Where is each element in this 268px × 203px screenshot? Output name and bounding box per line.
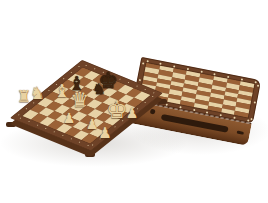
brass-pin: [33, 102, 35, 103]
box-handle-slot: [161, 114, 229, 133]
brass-pin: [78, 66, 80, 67]
brass-pin: [153, 92, 155, 93]
brass-pin: [152, 96, 154, 97]
brass-pin: [144, 89, 146, 90]
brass-pin: [53, 131, 55, 132]
brass-pin: [36, 125, 38, 126]
brass-pin: [114, 126, 116, 127]
brass-pin: [107, 132, 109, 133]
brass-pin: [129, 114, 131, 115]
brass-pin: [146, 59, 148, 61]
brass-pin: [79, 142, 81, 143]
brass-pin: [137, 108, 139, 109]
brass-pin: [206, 111, 208, 113]
brass-pin: [187, 67, 189, 69]
brass-pin: [99, 138, 101, 139]
brass-pin: [28, 121, 30, 122]
brass-pin: [136, 85, 138, 86]
brass-pin: [111, 75, 113, 76]
brass-pin: [247, 119, 249, 121]
brass-pin: [119, 79, 121, 80]
brass-pin: [254, 80, 256, 82]
brass-pin: [87, 145, 89, 146]
box-hinge-notch: [237, 131, 244, 135]
brass-pin: [241, 78, 243, 80]
brass-pin: [102, 72, 104, 73]
box-latch-hole: [150, 109, 156, 115]
brass-pin: [70, 138, 72, 139]
brass-pin: [40, 96, 42, 97]
brass-pin: [85, 65, 87, 66]
chess-set-photo: ♜♞♝♛♚♟♟♟♟♝♞♚: [0, 0, 268, 203]
brass-pin: [71, 72, 73, 73]
brass-pin: [45, 128, 47, 129]
brass-pin: [122, 120, 124, 121]
brass-pin: [256, 84, 258, 86]
brass-pin: [253, 101, 255, 103]
brass-pin: [20, 118, 22, 119]
brass-pin: [173, 65, 175, 67]
brass-pin: [25, 108, 27, 109]
brass-pin: [62, 135, 64, 136]
brass-pin: [144, 102, 146, 103]
brass-pin: [128, 82, 130, 83]
brass-pin: [142, 62, 144, 64]
brass-pin: [55, 84, 57, 85]
brass-pin: [138, 79, 140, 81]
brass-pin: [179, 106, 181, 108]
brass-pin: [92, 144, 94, 145]
brass-pin: [94, 68, 96, 69]
brass-pin: [18, 114, 20, 115]
brass-pin: [250, 118, 252, 120]
brass-pin: [220, 114, 222, 116]
brass-pin: [227, 75, 229, 77]
brass-pin: [233, 116, 235, 118]
brass-pin: [160, 62, 162, 64]
brass-pin: [200, 70, 202, 72]
brass-pin: [193, 108, 195, 110]
brass-pin: [48, 90, 50, 91]
brass-pin: [63, 78, 65, 79]
brass-pin: [214, 73, 216, 75]
